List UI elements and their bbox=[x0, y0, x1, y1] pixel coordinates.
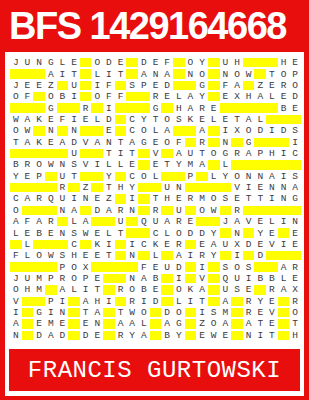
letter-cell: F bbox=[115, 91, 127, 102]
letter-cell: E bbox=[150, 159, 162, 170]
blocked-cell bbox=[126, 68, 138, 79]
blocked-cell bbox=[231, 330, 243, 341]
letter-cell: F bbox=[22, 91, 34, 102]
letter-cell: Y bbox=[173, 330, 185, 341]
blocked-cell bbox=[115, 261, 127, 272]
letter-cell: W bbox=[243, 68, 255, 79]
blocked-cell bbox=[45, 182, 57, 193]
letter-cell: E bbox=[266, 318, 278, 329]
book-title: BFS 1429164668 bbox=[9, 5, 286, 48]
blocked-cell bbox=[208, 273, 220, 284]
letter-cell: L bbox=[91, 68, 103, 79]
letter-cell: Y bbox=[126, 182, 138, 193]
letter-cell: M bbox=[196, 193, 208, 204]
letter-cell: B bbox=[266, 273, 278, 284]
letter-cell: A bbox=[254, 91, 266, 102]
letter-cell: C bbox=[126, 114, 138, 125]
letter-cell: L bbox=[10, 227, 22, 238]
letter-cell: O bbox=[173, 307, 185, 318]
blocked-cell bbox=[80, 91, 92, 102]
letter-cell: C bbox=[289, 148, 301, 159]
blocked-cell bbox=[173, 57, 185, 68]
letter-cell: R bbox=[115, 205, 127, 216]
letter-cell: E bbox=[91, 250, 103, 261]
letter-cell: O bbox=[126, 284, 138, 295]
letter-cell: L bbox=[278, 273, 290, 284]
blocked-cell bbox=[126, 227, 138, 238]
letter-cell: E bbox=[150, 137, 162, 148]
blocked-cell bbox=[266, 57, 278, 68]
blocked-cell bbox=[196, 216, 208, 227]
letter-cell: D bbox=[243, 239, 255, 250]
letter-cell: T bbox=[231, 114, 243, 125]
letter-cell: Y bbox=[173, 159, 185, 170]
letter-cell: R bbox=[126, 296, 138, 307]
letter-cell: E bbox=[254, 216, 266, 227]
blocked-cell bbox=[115, 193, 127, 204]
blocked-cell bbox=[208, 91, 220, 102]
letter-cell: A bbox=[57, 137, 69, 148]
blocked-cell bbox=[208, 68, 220, 79]
letter-cell: U bbox=[57, 193, 69, 204]
letter-cell: E bbox=[22, 171, 34, 182]
blocked-cell bbox=[185, 273, 197, 284]
letter-cell: T bbox=[80, 307, 92, 318]
letter-cell: L bbox=[91, 114, 103, 125]
blocked-cell bbox=[115, 239, 127, 250]
blocked-cell bbox=[254, 68, 266, 79]
letter-cell: R bbox=[150, 91, 162, 102]
letter-cell: J bbox=[10, 80, 22, 91]
letter-cell: O bbox=[161, 114, 173, 125]
blocked-cell bbox=[10, 68, 22, 79]
letter-cell: A bbox=[196, 284, 208, 295]
blocked-cell bbox=[68, 307, 80, 318]
letter-cell: W bbox=[80, 227, 92, 238]
blocked-cell bbox=[231, 296, 243, 307]
letter-cell: D bbox=[161, 307, 173, 318]
letter-cell: T bbox=[243, 193, 255, 204]
letter-cell: U bbox=[231, 273, 243, 284]
letter-cell: D bbox=[68, 137, 80, 148]
blocked-cell bbox=[22, 296, 34, 307]
letter-cell: A bbox=[33, 216, 45, 227]
letter-cell: O bbox=[91, 91, 103, 102]
letter-cell: O bbox=[45, 91, 57, 102]
letter-cell: L bbox=[150, 171, 162, 182]
letter-cell: N bbox=[243, 330, 255, 341]
letter-cell: I bbox=[185, 296, 197, 307]
letter-cell: O bbox=[173, 227, 185, 238]
blocked-cell bbox=[57, 239, 69, 250]
blocked-cell bbox=[220, 182, 232, 193]
letter-cell: A bbox=[22, 193, 34, 204]
letter-cell: U bbox=[22, 57, 34, 68]
letter-cell: L bbox=[266, 216, 278, 227]
letter-cell: V bbox=[150, 148, 162, 159]
blocked-cell bbox=[243, 80, 255, 91]
blocked-cell bbox=[220, 227, 232, 238]
letter-cell: I bbox=[278, 239, 290, 250]
letter-cell: I bbox=[126, 193, 138, 204]
blocked-cell bbox=[185, 182, 197, 193]
blocked-cell bbox=[243, 57, 255, 68]
letter-cell: N bbox=[33, 57, 45, 68]
letter-cell: H bbox=[161, 193, 173, 204]
letter-cell: A bbox=[243, 148, 255, 159]
letter-cell: A bbox=[10, 216, 22, 227]
blocked-cell bbox=[33, 239, 45, 250]
blocked-cell bbox=[45, 171, 57, 182]
letter-cell: A bbox=[266, 171, 278, 182]
letter-cell: I bbox=[289, 137, 301, 148]
letter-cell: A bbox=[278, 284, 290, 295]
letter-cell: E bbox=[254, 182, 266, 193]
blocked-cell bbox=[33, 296, 45, 307]
blocked-cell bbox=[208, 216, 220, 227]
blocked-cell bbox=[254, 102, 266, 113]
blocked-cell bbox=[33, 91, 45, 102]
letter-cell: A bbox=[91, 307, 103, 318]
letter-cell: P bbox=[138, 80, 150, 91]
letter-cell: I bbox=[103, 296, 115, 307]
blocked-cell bbox=[185, 137, 197, 148]
letter-cell: E bbox=[126, 159, 138, 170]
blocked-cell bbox=[22, 102, 34, 113]
letter-cell: O bbox=[208, 193, 220, 204]
blocked-cell bbox=[126, 91, 138, 102]
letter-cell: I bbox=[10, 307, 22, 318]
blocked-cell bbox=[115, 296, 127, 307]
letter-cell: R bbox=[185, 193, 197, 204]
letter-cell: O bbox=[278, 68, 290, 79]
letter-cell: X bbox=[80, 261, 92, 272]
letter-cell: E bbox=[173, 193, 185, 204]
blocked-cell bbox=[161, 250, 173, 261]
letter-cell: R bbox=[231, 205, 243, 216]
letter-cell: E bbox=[266, 227, 278, 238]
letter-cell: I bbox=[57, 68, 69, 79]
letter-cell: T bbox=[266, 68, 278, 79]
blocked-cell bbox=[33, 205, 45, 216]
letter-cell: I bbox=[278, 148, 290, 159]
letter-cell: T bbox=[115, 227, 127, 238]
letter-cell: B bbox=[57, 91, 69, 102]
letter-cell: U bbox=[22, 273, 34, 284]
blocked-cell bbox=[126, 102, 138, 113]
blocked-cell bbox=[161, 205, 173, 216]
letter-cell: D bbox=[33, 330, 45, 341]
letter-cell: I bbox=[80, 284, 92, 295]
letter-cell: N bbox=[68, 125, 80, 136]
book-cover: BFS 1429164668 JUNGLEODEDEFOYUHHEAITLITA… bbox=[0, 0, 309, 400]
blocked-cell bbox=[57, 102, 69, 113]
letter-cell: O bbox=[33, 250, 45, 261]
letter-cell: I bbox=[266, 193, 278, 204]
letter-cell: H bbox=[115, 182, 127, 193]
letter-cell: P bbox=[254, 148, 266, 159]
letter-cell: E bbox=[289, 57, 301, 68]
letter-cell: I bbox=[91, 80, 103, 91]
blocked-cell bbox=[80, 239, 92, 250]
blocked-cell bbox=[278, 159, 290, 170]
letter-cell: T bbox=[196, 296, 208, 307]
letter-cell: K bbox=[33, 114, 45, 125]
letter-cell: E bbox=[231, 193, 243, 204]
letter-cell: S bbox=[68, 159, 80, 170]
letter-cell: Y bbox=[254, 227, 266, 238]
blocked-cell bbox=[185, 239, 197, 250]
letter-cell: Z bbox=[80, 182, 92, 193]
letter-cell: I bbox=[68, 114, 80, 125]
letter-cell: Q bbox=[45, 193, 57, 204]
letter-cell: N bbox=[126, 205, 138, 216]
letter-cell: G bbox=[173, 318, 185, 329]
blocked-cell bbox=[278, 227, 290, 238]
blocked-cell bbox=[91, 102, 103, 113]
letter-cell: L bbox=[68, 284, 80, 295]
letter-cell: E bbox=[45, 114, 57, 125]
blocked-cell bbox=[231, 318, 243, 329]
letter-cell: Z bbox=[254, 80, 266, 91]
letter-cell: V bbox=[231, 182, 243, 193]
letter-cell: L bbox=[254, 114, 266, 125]
blocked-cell bbox=[196, 171, 208, 182]
blocked-cell bbox=[150, 182, 162, 193]
letter-cell: N bbox=[266, 182, 278, 193]
blocked-cell bbox=[231, 137, 243, 148]
author-name: FRANCIS GURTOWSKI bbox=[28, 357, 281, 384]
letter-cell: R bbox=[278, 80, 290, 91]
letter-cell: U bbox=[161, 261, 173, 272]
letter-cell: T bbox=[115, 68, 127, 79]
letter-cell: I bbox=[103, 68, 115, 79]
letter-cell: O bbox=[68, 273, 80, 284]
letter-cell: N bbox=[150, 68, 162, 79]
letter-cell: G bbox=[138, 137, 150, 148]
letter-cell: W bbox=[45, 250, 57, 261]
letter-cell: N bbox=[45, 125, 57, 136]
blocked-cell bbox=[10, 102, 22, 113]
letter-cell: E bbox=[91, 273, 103, 284]
letter-cell: G bbox=[45, 57, 57, 68]
blocked-cell bbox=[80, 57, 92, 68]
blocked-cell bbox=[103, 318, 115, 329]
letter-cell: Z bbox=[45, 80, 57, 91]
letter-cell: E bbox=[220, 330, 232, 341]
letter-cell: G bbox=[289, 193, 301, 204]
blocked-cell bbox=[33, 125, 45, 136]
letter-cell: H bbox=[68, 250, 80, 261]
blocked-cell bbox=[45, 148, 57, 159]
blocked-cell bbox=[22, 205, 34, 216]
letter-cell: R bbox=[196, 137, 208, 148]
letter-cell: F bbox=[103, 80, 115, 91]
blocked-cell bbox=[266, 250, 278, 261]
blocked-cell bbox=[138, 148, 150, 159]
blocked-cell bbox=[266, 114, 278, 125]
letter-cell: A bbox=[208, 239, 220, 250]
blocked-cell bbox=[80, 125, 92, 136]
letter-cell: A bbox=[22, 137, 34, 148]
blocked-cell bbox=[208, 261, 220, 272]
blocked-cell bbox=[22, 182, 34, 193]
letter-cell: A bbox=[161, 125, 173, 136]
letter-cell: G bbox=[220, 148, 232, 159]
letter-cell: I bbox=[173, 273, 185, 284]
blocked-cell bbox=[68, 330, 80, 341]
letter-cell: H bbox=[22, 284, 34, 295]
letter-cell: R bbox=[22, 159, 34, 170]
letter-cell: N bbox=[126, 250, 138, 261]
letter-cell: D bbox=[80, 330, 92, 341]
letter-cell: A bbox=[91, 137, 103, 148]
letter-cell: D bbox=[254, 250, 266, 261]
letter-cell: W bbox=[10, 114, 22, 125]
letter-cell: N bbox=[80, 193, 92, 204]
blocked-cell bbox=[80, 80, 92, 91]
blocked-cell bbox=[243, 227, 255, 238]
letter-cell: D bbox=[57, 330, 69, 341]
blocked-cell bbox=[254, 284, 266, 295]
blocked-cell bbox=[208, 182, 220, 193]
letter-cell: A bbox=[126, 137, 138, 148]
letter-cell: E bbox=[150, 284, 162, 295]
letter-cell: N bbox=[91, 318, 103, 329]
blocked-cell bbox=[208, 296, 220, 307]
letter-cell: E bbox=[185, 216, 197, 227]
letter-cell: S bbox=[220, 261, 232, 272]
letter-cell: B bbox=[161, 330, 173, 341]
letter-cell: Y bbox=[208, 227, 220, 238]
letter-cell: E bbox=[80, 318, 92, 329]
letter-cell: O bbox=[196, 205, 208, 216]
blocked-cell bbox=[138, 205, 150, 216]
blocked-cell bbox=[22, 148, 34, 159]
blocked-cell bbox=[33, 148, 45, 159]
letter-cell: I bbox=[231, 250, 243, 261]
letter-cell: E bbox=[161, 91, 173, 102]
letter-cell: A bbox=[80, 296, 92, 307]
letter-cell: E bbox=[91, 330, 103, 341]
blocked-cell bbox=[278, 318, 290, 329]
letter-cell: C bbox=[126, 125, 138, 136]
letter-cell: E bbox=[150, 57, 162, 68]
letter-cell: I bbox=[254, 330, 266, 341]
letter-cell: D bbox=[289, 91, 301, 102]
letter-cell: O bbox=[138, 125, 150, 136]
letter-cell: I bbox=[115, 148, 127, 159]
letter-cell: H bbox=[266, 148, 278, 159]
letter-cell: N bbox=[278, 182, 290, 193]
letter-cell: E bbox=[254, 307, 266, 318]
letter-cell: O bbox=[289, 307, 301, 318]
letter-cell: S bbox=[126, 80, 138, 91]
letter-cell: L bbox=[208, 171, 220, 182]
letter-cell: A bbox=[80, 216, 92, 227]
letter-cell: E bbox=[266, 296, 278, 307]
letter-cell: N bbox=[103, 137, 115, 148]
letter-cell: T bbox=[150, 193, 162, 204]
blocked-cell bbox=[289, 159, 301, 170]
letter-cell: T bbox=[289, 318, 301, 329]
letter-cell: U bbox=[220, 239, 232, 250]
blocked-cell bbox=[80, 68, 92, 79]
blocked-cell bbox=[33, 102, 45, 113]
blocked-cell bbox=[278, 250, 290, 261]
blocked-cell bbox=[138, 250, 150, 261]
letter-cell: E bbox=[68, 57, 80, 68]
letter-cell: O bbox=[10, 125, 22, 136]
letter-cell: T bbox=[254, 318, 266, 329]
letter-cell: I bbox=[220, 125, 232, 136]
blocked-cell bbox=[254, 159, 266, 170]
letter-cell: G bbox=[33, 307, 45, 318]
blocked-cell bbox=[173, 171, 185, 182]
blocked-cell bbox=[91, 182, 103, 193]
letter-cell: A bbox=[243, 114, 255, 125]
letter-cell: I bbox=[243, 182, 255, 193]
letter-cell: K bbox=[185, 284, 197, 295]
letter-cell: K bbox=[91, 239, 103, 250]
letter-cell: V bbox=[266, 239, 278, 250]
blocked-cell bbox=[173, 68, 185, 79]
letter-cell: R bbox=[289, 296, 301, 307]
blocked-cell bbox=[68, 102, 80, 113]
letter-cell: T bbox=[126, 148, 138, 159]
letter-cell: A bbox=[173, 250, 185, 261]
letter-cell: R bbox=[150, 205, 162, 216]
letter-cell: E bbox=[33, 80, 45, 91]
blocked-cell bbox=[57, 148, 69, 159]
letter-cell: O bbox=[161, 137, 173, 148]
blocked-cell bbox=[138, 182, 150, 193]
letter-cell: D bbox=[254, 125, 266, 136]
letter-cell: R bbox=[289, 261, 301, 272]
blocked-cell bbox=[138, 159, 150, 170]
blocked-cell bbox=[45, 239, 57, 250]
letter-cell: T bbox=[68, 171, 80, 182]
letter-cell: N bbox=[220, 137, 232, 148]
letter-cell: U bbox=[68, 80, 80, 91]
blocked-cell bbox=[278, 296, 290, 307]
letter-cell: S bbox=[289, 125, 301, 136]
letter-cell: E bbox=[33, 318, 45, 329]
letter-cell: I bbox=[91, 159, 103, 170]
letter-cell: G bbox=[45, 102, 57, 113]
letter-cell: X bbox=[231, 91, 243, 102]
blocked-cell bbox=[278, 330, 290, 341]
blocked-cell bbox=[138, 102, 150, 113]
letter-cell: P bbox=[33, 171, 45, 182]
blocked-cell bbox=[115, 273, 127, 284]
letter-cell: B bbox=[10, 159, 22, 170]
letter-cell: L bbox=[173, 296, 185, 307]
letter-cell: O bbox=[173, 284, 185, 295]
letter-cell: F bbox=[161, 57, 173, 68]
blocked-cell bbox=[173, 80, 185, 91]
letter-cell: L bbox=[68, 216, 80, 227]
letter-cell: B bbox=[254, 273, 266, 284]
letter-cell: A bbox=[45, 330, 57, 341]
blocked-cell bbox=[138, 91, 150, 102]
letter-cell: T bbox=[68, 68, 80, 79]
blocked-cell bbox=[45, 261, 57, 272]
letter-cell: A bbox=[231, 80, 243, 91]
letter-cell: E bbox=[220, 91, 232, 102]
letter-cell: E bbox=[22, 227, 34, 238]
letter-cell: I bbox=[126, 239, 138, 250]
